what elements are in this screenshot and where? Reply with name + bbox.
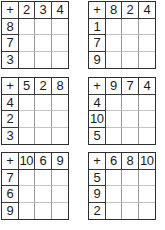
answer-cell[interactable] — [19, 111, 36, 128]
left-addend-cell: 3 — [2, 128, 19, 145]
answer-cell[interactable] — [52, 35, 69, 52]
answer-cell[interactable] — [122, 170, 139, 187]
top-addend-cell: 7 — [122, 78, 139, 95]
left-addend-cell: 5 — [89, 170, 106, 187]
top-addend-cell: 5 — [19, 78, 36, 95]
answer-cell[interactable] — [52, 128, 69, 145]
top-addend-cell: 6 — [35, 153, 52, 170]
answer-cell[interactable] — [106, 170, 123, 187]
answer-cell[interactable] — [106, 111, 123, 128]
operator-cell: + — [2, 78, 19, 95]
top-addend-cell: 3 — [35, 2, 52, 19]
answer-cell[interactable] — [19, 95, 36, 112]
top-addend-cell: 2 — [19, 2, 36, 19]
addition-grid-6: +6810592 — [88, 152, 156, 220]
answer-cell[interactable] — [19, 128, 36, 145]
answer-cell[interactable] — [52, 170, 69, 187]
answer-cell[interactable] — [122, 128, 139, 145]
answer-cell[interactable] — [35, 95, 52, 112]
answer-cell[interactable] — [139, 95, 156, 112]
top-addend-cell: 6 — [106, 153, 123, 170]
answer-cell[interactable] — [19, 186, 36, 203]
answer-cell[interactable] — [52, 95, 69, 112]
answer-cell[interactable] — [52, 52, 69, 69]
left-addend-cell: 7 — [89, 35, 106, 52]
left-addend-cell: 4 — [2, 95, 19, 112]
answer-cell[interactable] — [139, 170, 156, 187]
left-addend-cell: 5 — [89, 128, 106, 145]
left-addend-cell: 9 — [89, 186, 106, 203]
answer-cell[interactable] — [122, 95, 139, 112]
answer-cell[interactable] — [106, 203, 123, 220]
answer-cell[interactable] — [106, 128, 123, 145]
top-addend-cell: 10 — [19, 153, 36, 170]
answer-cell[interactable] — [139, 203, 156, 220]
answer-cell[interactable] — [35, 128, 52, 145]
answer-cell[interactable] — [106, 52, 123, 69]
left-addend-cell: 9 — [2, 203, 19, 220]
left-addend-cell: 10 — [89, 111, 106, 128]
answer-cell[interactable] — [35, 35, 52, 52]
answer-cell[interactable] — [139, 19, 156, 36]
answer-cell[interactable] — [19, 52, 36, 69]
answer-cell[interactable] — [106, 19, 123, 36]
answer-cell[interactable] — [139, 186, 156, 203]
answer-cell[interactable] — [122, 111, 139, 128]
answer-cell[interactable] — [139, 35, 156, 52]
addition-grid-4: +9744105 — [88, 77, 156, 145]
answer-cell[interactable] — [35, 52, 52, 69]
answer-cell[interactable] — [19, 170, 36, 187]
answer-cell[interactable] — [52, 111, 69, 128]
left-addend-cell: 6 — [2, 186, 19, 203]
answer-cell[interactable] — [139, 111, 156, 128]
left-addend-cell: 2 — [2, 111, 19, 128]
top-addend-cell: 4 — [139, 78, 156, 95]
addition-grid-1: +234873 — [1, 1, 69, 69]
top-addend-cell: 2 — [122, 2, 139, 19]
answer-cell[interactable] — [52, 203, 69, 220]
left-addend-cell: 7 — [2, 170, 19, 187]
left-addend-cell: 7 — [2, 35, 19, 52]
answer-cell[interactable] — [106, 95, 123, 112]
top-addend-cell: 2 — [35, 78, 52, 95]
left-addend-cell: 8 — [2, 19, 19, 36]
answer-cell[interactable] — [19, 19, 36, 36]
left-addend-cell: 3 — [2, 52, 19, 69]
answer-cell[interactable] — [122, 19, 139, 36]
answer-cell[interactable] — [122, 186, 139, 203]
addition-grid-5: +1069769 — [1, 152, 69, 220]
operator-cell: + — [89, 2, 106, 19]
answer-cell[interactable] — [106, 186, 123, 203]
answer-cell[interactable] — [35, 19, 52, 36]
left-addend-cell: 1 — [89, 19, 106, 36]
top-addend-cell: 10 — [139, 153, 156, 170]
answer-cell[interactable] — [122, 35, 139, 52]
operator-cell: + — [89, 153, 106, 170]
answer-cell[interactable] — [52, 186, 69, 203]
worksheet-page: +234873+824179+528423+9744105+1069769+68… — [0, 0, 165, 230]
answer-cell[interactable] — [122, 52, 139, 69]
top-addend-cell: 8 — [122, 153, 139, 170]
left-addend-cell: 4 — [89, 95, 106, 112]
top-addend-cell: 8 — [106, 2, 123, 19]
answer-cell[interactable] — [139, 128, 156, 145]
operator-cell: + — [2, 2, 19, 19]
answer-cell[interactable] — [35, 186, 52, 203]
top-addend-cell: 4 — [139, 2, 156, 19]
answer-cell[interactable] — [35, 111, 52, 128]
answer-cell[interactable] — [35, 170, 52, 187]
answer-cell[interactable] — [19, 35, 36, 52]
answer-cell[interactable] — [106, 35, 123, 52]
answer-cell[interactable] — [19, 203, 36, 220]
answer-cell[interactable] — [52, 19, 69, 36]
top-addend-cell: 8 — [52, 78, 69, 95]
addition-grid-2: +824179 — [88, 1, 156, 69]
answer-cell[interactable] — [139, 52, 156, 69]
answer-cell[interactable] — [122, 203, 139, 220]
top-addend-cell: 9 — [106, 78, 123, 95]
operator-cell: + — [2, 153, 19, 170]
operator-cell: + — [89, 78, 106, 95]
left-addend-cell: 9 — [89, 52, 106, 69]
answer-cell[interactable] — [35, 203, 52, 220]
left-addend-cell: 2 — [89, 203, 106, 220]
addition-grid-3: +528423 — [1, 77, 69, 145]
top-addend-cell: 4 — [52, 2, 69, 19]
top-addend-cell: 9 — [52, 153, 69, 170]
